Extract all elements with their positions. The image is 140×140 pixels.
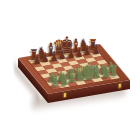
square-h1 (108, 74, 119, 79)
chess-board (28, 49, 120, 90)
brass-latch-right (118, 82, 122, 89)
brass-latch-left (63, 92, 67, 99)
chess-set-photo: ♜♞♝♛♚♝♞♜♟♟♟♟♟♟♟♟♟♟♟♟♟♟♟♟♜♞♝♛♚♝♞♜ (0, 0, 140, 140)
